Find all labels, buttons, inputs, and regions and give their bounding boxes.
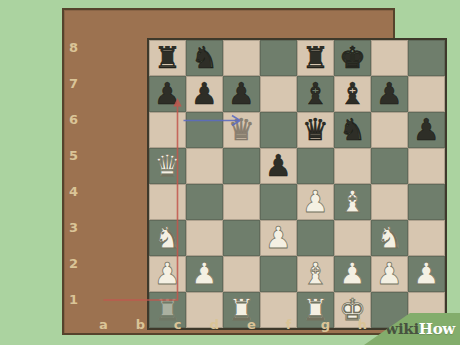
square-g7: ♟ bbox=[371, 76, 408, 112]
white-pawn-f2: ♟ bbox=[339, 259, 366, 289]
square-f5 bbox=[334, 148, 371, 184]
square-f4: ♝ bbox=[334, 184, 371, 220]
square-f2: ♟ bbox=[334, 256, 371, 292]
square-e6: ♛ bbox=[297, 112, 334, 148]
black-pawn-a7: ♟ bbox=[154, 79, 181, 109]
square-b3 bbox=[186, 220, 223, 256]
white-pawn-h2: ♟ bbox=[413, 259, 440, 289]
square-h6: ♟ bbox=[408, 112, 445, 148]
square-g8 bbox=[371, 40, 408, 76]
square-h2: ♟ bbox=[408, 256, 445, 292]
rank-label-8: 8 bbox=[62, 30, 85, 66]
rank-label-5: 5 bbox=[62, 138, 85, 174]
file-label-g: g bbox=[307, 317, 344, 334]
file-label-a: a bbox=[85, 317, 122, 334]
black-rook-a8: ♜ bbox=[154, 43, 181, 73]
file-label-e: e bbox=[233, 317, 270, 334]
square-h8 bbox=[408, 40, 445, 76]
white-pawn-b2: ♟ bbox=[191, 259, 218, 289]
square-a4 bbox=[149, 184, 186, 220]
black-queen-e6: ♛ bbox=[302, 115, 329, 145]
square-e3 bbox=[297, 220, 334, 256]
square-f8: ♚ bbox=[334, 40, 371, 76]
square-g6 bbox=[371, 112, 408, 148]
square-b8: ♞ bbox=[186, 40, 223, 76]
black-knight-f6: ♞ bbox=[339, 115, 366, 145]
white-pawn-a2: ♟ bbox=[154, 259, 181, 289]
rank-label-6: 6 bbox=[62, 102, 85, 138]
square-b4 bbox=[186, 184, 223, 220]
square-a5: ♛ bbox=[149, 148, 186, 184]
square-e5 bbox=[297, 148, 334, 184]
square-a3: ♞ bbox=[149, 220, 186, 256]
black-pawn-g7: ♟ bbox=[376, 79, 403, 109]
square-b6 bbox=[186, 112, 223, 148]
square-f3 bbox=[334, 220, 371, 256]
square-e2: ♝ bbox=[297, 256, 334, 292]
square-c7: ♟ bbox=[223, 76, 260, 112]
square-d5: ♟ bbox=[260, 148, 297, 184]
rank-label-1: 1 bbox=[62, 282, 85, 318]
square-e7: ♝ bbox=[297, 76, 334, 112]
square-g3: ♞ bbox=[371, 220, 408, 256]
rank-label-2: 2 bbox=[62, 246, 85, 282]
square-b7: ♟ bbox=[186, 76, 223, 112]
square-d8 bbox=[260, 40, 297, 76]
square-c6: ♛ bbox=[223, 112, 260, 148]
wikihow-wordmark-how: How bbox=[419, 320, 455, 338]
black-pawn-h6: ♟ bbox=[413, 115, 440, 145]
square-b5 bbox=[186, 148, 223, 184]
black-knight-b8: ♞ bbox=[191, 43, 218, 73]
square-g5 bbox=[371, 148, 408, 184]
square-a7: ♟ bbox=[149, 76, 186, 112]
square-c8 bbox=[223, 40, 260, 76]
white-pawn-d3: ♟ bbox=[265, 223, 292, 253]
rank-label-7: 7 bbox=[62, 66, 85, 102]
square-a6 bbox=[149, 112, 186, 148]
square-h7 bbox=[408, 76, 445, 112]
chess-board: ♜♞♜♚♟♟♟♝♝♟♛♛♞♟♛♟♟♝♞♟♞♟♟♝♟♟♟♜♜♜♚ bbox=[149, 40, 445, 328]
rank-label-3: 3 bbox=[62, 210, 85, 246]
square-e8: ♜ bbox=[297, 40, 334, 76]
square-c5 bbox=[223, 148, 260, 184]
square-a2: ♟ bbox=[149, 256, 186, 292]
white-knight-g3: ♞ bbox=[376, 223, 403, 253]
black-pawn-b7: ♟ bbox=[191, 79, 218, 109]
white-pawn-e4: ♟ bbox=[302, 187, 329, 217]
chess-board-frame: ♜♞♜♚♟♟♟♝♝♟♛♛♞♟♛♟♟♝♞♟♞♟♟♝♟♟♟♜♜♜♚ bbox=[62, 8, 395, 335]
square-d6 bbox=[260, 112, 297, 148]
white-bishop-f4: ♝ bbox=[339, 187, 366, 217]
white-queen-a5: ♛ bbox=[154, 151, 181, 181]
square-h4 bbox=[408, 184, 445, 220]
square-c3 bbox=[223, 220, 260, 256]
ghost-black-queen-c6: ♛ bbox=[228, 115, 255, 145]
black-rook-e8: ♜ bbox=[302, 43, 329, 73]
black-bishop-e7: ♝ bbox=[302, 79, 329, 109]
square-g2: ♟ bbox=[371, 256, 408, 292]
black-pawn-d5: ♟ bbox=[265, 151, 292, 181]
square-h3 bbox=[408, 220, 445, 256]
square-d7 bbox=[260, 76, 297, 112]
file-label-f: f bbox=[270, 317, 307, 334]
white-knight-a3: ♞ bbox=[154, 223, 181, 253]
square-h5 bbox=[408, 148, 445, 184]
square-d3: ♟ bbox=[260, 220, 297, 256]
square-a8: ♜ bbox=[149, 40, 186, 76]
square-b2: ♟ bbox=[186, 256, 223, 292]
square-f7: ♝ bbox=[334, 76, 371, 112]
white-pawn-g2: ♟ bbox=[376, 259, 403, 289]
file-label-b: b bbox=[122, 317, 159, 334]
square-c4 bbox=[223, 184, 260, 220]
black-king-f8: ♚ bbox=[339, 43, 366, 73]
square-d2 bbox=[260, 256, 297, 292]
square-c2 bbox=[223, 256, 260, 292]
square-d4 bbox=[260, 184, 297, 220]
rank-label-4: 4 bbox=[62, 174, 85, 210]
square-g4 bbox=[371, 184, 408, 220]
file-label-c: c bbox=[159, 317, 196, 334]
white-bishop-e2: ♝ bbox=[302, 259, 329, 289]
file-label-h: h bbox=[344, 317, 381, 334]
square-e4: ♟ bbox=[297, 184, 334, 220]
square-f6: ♞ bbox=[334, 112, 371, 148]
black-pawn-c7: ♟ bbox=[228, 79, 255, 109]
chess-illustration: ♜♞♜♚♟♟♟♝♝♟♛♛♞♟♛♟♟♝♞♟♞♟♟♝♟♟♟♜♜♜♚ 12345678… bbox=[0, 0, 460, 345]
file-label-d: d bbox=[196, 317, 233, 334]
black-bishop-f7: ♝ bbox=[339, 79, 366, 109]
